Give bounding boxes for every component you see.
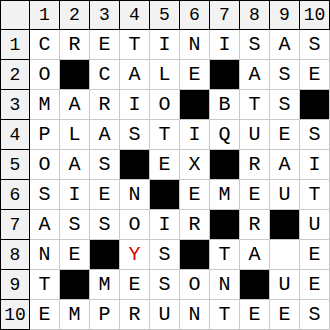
cell-r9c6[interactable]: O (180, 270, 210, 300)
cell-r10c8[interactable]: E (240, 300, 270, 330)
row-header-7: 7 (0, 210, 30, 240)
cell-r7c2[interactable]: S (60, 210, 90, 240)
cell-r4c6[interactable]: I (180, 120, 210, 150)
row-header-10: 10 (0, 300, 30, 330)
row-header-5: 5 (0, 150, 30, 180)
cell-r7c7-black (210, 210, 240, 240)
cell-r3c2[interactable]: A (60, 90, 90, 120)
col-header-5: 5 (150, 0, 180, 30)
cell-r4c7[interactable]: Q (210, 120, 240, 150)
cell-r9c10[interactable]: E (300, 270, 330, 300)
cell-r2c4[interactable]: A (120, 60, 150, 90)
col-header-9: 9 (270, 0, 300, 30)
cell-r7c3[interactable]: S (90, 210, 120, 240)
cell-r5c7-black (210, 150, 240, 180)
cell-r4c1[interactable]: P (30, 120, 60, 150)
cell-r9c7[interactable]: N (210, 270, 240, 300)
col-header-1: 1 (30, 0, 60, 30)
row-header-8: 8 (0, 240, 30, 270)
cell-r3c4[interactable]: I (120, 90, 150, 120)
cell-r1c10[interactable]: S (300, 30, 330, 60)
col-header-8: 8 (240, 0, 270, 30)
col-header-4: 4 (120, 0, 150, 30)
cell-r8c6-black (180, 240, 210, 270)
cell-r5c6[interactable]: X (180, 150, 210, 180)
cell-r1c1[interactable]: C (30, 30, 60, 60)
cell-r6c10[interactable]: T (300, 180, 330, 210)
cell-r5c9[interactable]: A (270, 150, 300, 180)
cell-r2c2-black (60, 60, 90, 90)
cell-r6c9[interactable]: U (270, 180, 300, 210)
row-header-1: 1 (0, 30, 30, 60)
cell-r10c9[interactable]: E (270, 300, 300, 330)
cell-r7c9-black (270, 210, 300, 240)
cell-r7c5[interactable]: I (150, 210, 180, 240)
cell-r6c2[interactable]: I (60, 180, 90, 210)
cell-r1c7[interactable]: I (210, 30, 240, 60)
cell-r1c9[interactable]: A (270, 30, 300, 60)
cell-r1c4[interactable]: T (120, 30, 150, 60)
crossword-board: 123456789101CRETINISAS2OCALEASE3MARIOBTS… (0, 0, 330, 330)
cell-r3c10-black (300, 90, 330, 120)
cell-r5c4-black (120, 150, 150, 180)
cell-r2c1[interactable]: O (30, 60, 60, 90)
cell-r10c6[interactable]: N (180, 300, 210, 330)
col-header-3: 3 (90, 0, 120, 30)
cell-r3c6-black (180, 90, 210, 120)
cell-r9c5[interactable]: S (150, 270, 180, 300)
cell-r6c1[interactable]: S (30, 180, 60, 210)
col-header-6: 6 (180, 0, 210, 30)
cell-r3c7[interactable]: B (210, 90, 240, 120)
cell-r8c5[interactable]: S (150, 240, 180, 270)
cell-r2c5[interactable]: L (150, 60, 180, 90)
cell-r8c10[interactable]: E (300, 240, 330, 270)
cell-r7c10[interactable]: U (300, 210, 330, 240)
cell-r3c3[interactable]: R (90, 90, 120, 120)
cell-r5c2[interactable]: A (60, 150, 90, 180)
cell-r4c2[interactable]: L (60, 120, 90, 150)
col-header-2: 2 (60, 0, 90, 30)
cell-r5c5[interactable]: E (150, 150, 180, 180)
cell-r2c3[interactable]: C (90, 60, 120, 90)
cell-r5c3[interactable]: S (90, 150, 120, 180)
row-header-2: 2 (0, 60, 30, 90)
cell-r9c1[interactable]: T (30, 270, 60, 300)
cell-r6c3[interactable]: E (90, 180, 120, 210)
cell-r4c4[interactable]: S (120, 120, 150, 150)
cell-r10c5[interactable]: U (150, 300, 180, 330)
col-header-10: 10 (300, 0, 330, 30)
cell-r9c4[interactable]: E (120, 270, 150, 300)
cell-r1c8[interactable]: S (240, 30, 270, 60)
cell-r3c9[interactable]: S (270, 90, 300, 120)
cell-r8c7[interactable]: T (210, 240, 240, 270)
cell-r7c1[interactable]: A (30, 210, 60, 240)
cell-r10c10[interactable]: S (300, 300, 330, 330)
cell-r6c6[interactable]: E (180, 180, 210, 210)
cell-r2c9[interactable]: S (270, 60, 300, 90)
cell-r6c4[interactable]: N (120, 180, 150, 210)
cell-r1c6[interactable]: N (180, 30, 210, 60)
row-header-3: 3 (0, 90, 30, 120)
row-header-9: 9 (0, 270, 30, 300)
cell-r5c10[interactable]: I (300, 150, 330, 180)
cell-r10c7[interactable]: T (210, 300, 240, 330)
row-header-4: 4 (0, 120, 30, 150)
cell-r6c8[interactable]: E (240, 180, 270, 210)
cell-r10c3[interactable]: P (90, 300, 120, 330)
cell-r5c8[interactable]: R (240, 150, 270, 180)
cell-r9c2-black (60, 270, 90, 300)
cell-r2c7-black (210, 60, 240, 90)
cell-r8c2[interactable]: E (60, 240, 90, 270)
cell-r6c5-black (150, 180, 180, 210)
cell-r1c3[interactable]: E (90, 30, 120, 60)
cell-r3c5[interactable]: O (150, 90, 180, 120)
cell-r9c3[interactable]: M (90, 270, 120, 300)
cell-r2c8[interactable]: A (240, 60, 270, 90)
cell-r3c8[interactable]: T (240, 90, 270, 120)
col-header-7: 7 (210, 0, 240, 30)
cell-r2c6[interactable]: E (180, 60, 210, 90)
cell-r4c8[interactable]: U (240, 120, 270, 150)
cell-r4c10[interactable]: S (300, 120, 330, 150)
cell-r1c5[interactable]: I (150, 30, 180, 60)
cell-r6c7[interactable]: M (210, 180, 240, 210)
cell-r5c1[interactable]: O (30, 150, 60, 180)
cell-r7c6[interactable]: R (180, 210, 210, 240)
cell-r4c5[interactable]: T (150, 120, 180, 150)
row-header-6: 6 (0, 180, 30, 210)
cell-r1c2[interactable]: R (60, 30, 90, 60)
cell-r10c2[interactable]: M (60, 300, 90, 330)
cell-r9c9[interactable]: U (270, 270, 300, 300)
cell-r9c8-black (240, 270, 270, 300)
corner-header-cell (0, 0, 30, 30)
cell-r4c9[interactable]: E (270, 120, 300, 150)
cell-r7c8[interactable]: R (240, 210, 270, 240)
cell-r4c3[interactable]: A (90, 120, 120, 150)
cell-r8c3-black (90, 240, 120, 270)
cell-r8c9-empty[interactable] (270, 240, 300, 270)
cell-r7c4[interactable]: O (120, 210, 150, 240)
cell-r10c1[interactable]: E (30, 300, 60, 330)
cell-r2c10[interactable]: E (300, 60, 330, 90)
cell-r8c1[interactable]: N (30, 240, 60, 270)
cell-r8c4[interactable]: Y (120, 240, 150, 270)
cell-r10c4[interactable]: R (120, 300, 150, 330)
cell-r8c8[interactable]: A (240, 240, 270, 270)
cell-r3c1[interactable]: M (30, 90, 60, 120)
